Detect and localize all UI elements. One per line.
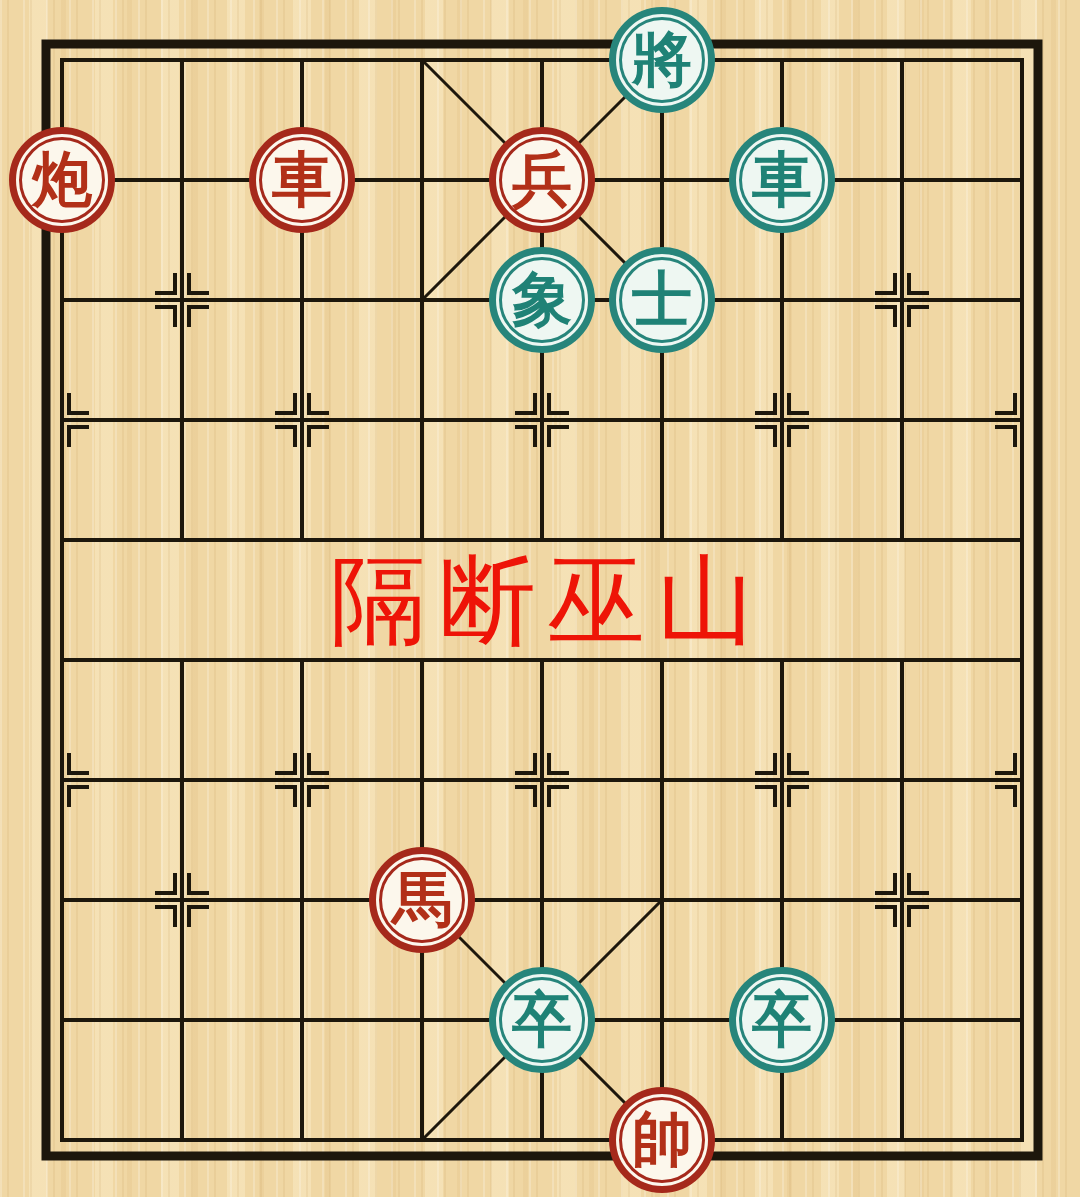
red-horse-cell: 馬 (362, 840, 482, 960)
red-soldier-piece[interactable]: 兵 (489, 127, 595, 233)
black-soldier-right-glyph: 卒 (752, 990, 812, 1050)
red-cannon-cell: 炮 (2, 120, 122, 240)
red-soldier-cell: 兵 (482, 120, 602, 240)
black-advisor-piece[interactable]: 士 (609, 247, 715, 353)
red-general-glyph: 帥 (632, 1110, 692, 1170)
black-soldier-right-piece[interactable]: 卒 (729, 967, 835, 1073)
xiangqi-board: 隔断巫山 將炮車兵車象士馬卒卒帥 (0, 0, 1080, 1197)
board-grid[interactable]: 將炮車兵車象士馬卒卒帥 (2, 0, 1080, 1197)
black-chariot-cell: 車 (722, 120, 842, 240)
red-chariot-piece[interactable]: 車 (249, 127, 355, 233)
black-advisor-cell: 士 (602, 240, 722, 360)
red-cannon-piece[interactable]: 炮 (9, 127, 115, 233)
red-horse-piece[interactable]: 馬 (369, 847, 475, 953)
black-soldier-left-cell: 卒 (482, 960, 602, 1080)
black-general-glyph: 將 (632, 30, 692, 90)
black-elephant-glyph: 象 (512, 270, 572, 330)
red-general-cell: 帥 (602, 1080, 722, 1197)
black-advisor-glyph: 士 (632, 270, 692, 330)
black-chariot-piece[interactable]: 車 (729, 127, 835, 233)
red-cannon-glyph: 炮 (32, 150, 92, 210)
red-horse-glyph: 馬 (392, 870, 452, 930)
black-chariot-glyph: 車 (752, 150, 812, 210)
red-soldier-glyph: 兵 (512, 150, 572, 210)
black-soldier-left-glyph: 卒 (512, 990, 572, 1050)
black-elephant-piece[interactable]: 象 (489, 247, 595, 353)
black-elephant-cell: 象 (482, 240, 602, 360)
red-general-piece[interactable]: 帥 (609, 1087, 715, 1193)
black-soldier-left-piece[interactable]: 卒 (489, 967, 595, 1073)
black-general-cell: 將 (602, 0, 722, 120)
black-soldier-right-cell: 卒 (722, 960, 842, 1080)
red-chariot-cell: 車 (242, 120, 362, 240)
black-general-piece[interactable]: 將 (609, 7, 715, 113)
red-chariot-glyph: 車 (272, 150, 332, 210)
